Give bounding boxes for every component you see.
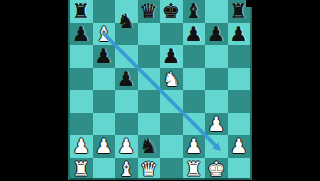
square-b6[interactable]: ♟ — [93, 45, 116, 68]
square-c5[interactable]: ♟ — [115, 68, 138, 91]
white-pawn[interactable]: ♟ — [185, 136, 203, 156]
black-queen[interactable]: ♛ — [140, 1, 158, 21]
white-pawn[interactable]: ♟ — [207, 114, 225, 134]
square-e2[interactable] — [160, 135, 183, 158]
square-c8[interactable]: ♞ — [115, 0, 138, 23]
square-b1[interactable] — [93, 158, 116, 181]
square-c3[interactable] — [115, 113, 138, 136]
white-bishop[interactable]: ♝ — [117, 159, 135, 179]
square-a2[interactable]: ♟ — [70, 135, 93, 158]
square-f4[interactable] — [183, 90, 206, 113]
square-h2[interactable]: ♟ — [228, 135, 251, 158]
square-d7[interactable] — [138, 23, 161, 46]
black-pawn[interactable]: ♟ — [185, 24, 203, 44]
black-pawn[interactable]: ♟ — [207, 24, 225, 44]
white-pawn[interactable]: ♟ — [72, 136, 90, 156]
square-g3[interactable]: ♟ — [205, 113, 228, 136]
square-e1[interactable] — [160, 158, 183, 181]
square-f1[interactable]: ♜ — [183, 158, 206, 181]
black-rook[interactable]: ♜ — [72, 1, 90, 21]
square-g6[interactable] — [205, 45, 228, 68]
square-g8[interactable] — [205, 0, 228, 23]
white-pawn[interactable]: ♟ — [95, 136, 113, 156]
white-queen[interactable]: ♛ — [140, 159, 158, 179]
square-a8[interactable]: ♜ — [70, 0, 93, 23]
square-h5[interactable] — [228, 68, 251, 91]
square-e5[interactable]: ♞ — [160, 68, 183, 91]
black-bishop[interactable]: ♝ — [185, 1, 203, 21]
black-pawn[interactable]: ♟ — [72, 24, 90, 44]
square-a7[interactable]: ♟ — [70, 23, 93, 46]
black-king[interactable]: ♚ — [162, 1, 180, 21]
square-f6[interactable] — [183, 45, 206, 68]
corner-notch — [246, 0, 254, 7]
square-d1[interactable]: ♛ — [138, 158, 161, 181]
square-g5[interactable] — [205, 68, 228, 91]
white-king[interactable]: ♚ — [207, 159, 225, 179]
square-g4[interactable] — [205, 90, 228, 113]
square-g1[interactable]: ♚ — [205, 158, 228, 181]
white-rook[interactable]: ♜ — [72, 159, 90, 179]
square-d2[interactable]: ♞ — [138, 135, 161, 158]
square-d5[interactable] — [138, 68, 161, 91]
square-b2[interactable]: ♟ — [93, 135, 116, 158]
square-h6[interactable] — [228, 45, 251, 68]
square-a4[interactable] — [70, 90, 93, 113]
square-f2[interactable]: ♟ — [183, 135, 206, 158]
black-pawn[interactable]: ♟ — [162, 46, 180, 66]
square-e3[interactable] — [160, 113, 183, 136]
square-c6[interactable] — [115, 45, 138, 68]
black-knight[interactable]: ♞ — [140, 136, 158, 156]
white-bishop[interactable]: ♝ — [95, 24, 113, 44]
square-f7[interactable]: ♟ — [183, 23, 206, 46]
square-b8[interactable] — [93, 0, 116, 23]
black-pawn[interactable]: ♟ — [95, 46, 113, 66]
square-a5[interactable] — [70, 68, 93, 91]
square-d6[interactable] — [138, 45, 161, 68]
white-rook[interactable]: ♜ — [185, 159, 203, 179]
square-b3[interactable] — [93, 113, 116, 136]
square-c2[interactable]: ♟ — [115, 135, 138, 158]
square-f5[interactable] — [183, 68, 206, 91]
square-h1[interactable] — [228, 158, 251, 181]
square-f3[interactable] — [183, 113, 206, 136]
chess-board[interactable]: ♜♞♛♚♝♜♟♝♟♟♟♟♟♟♞♟♟♟♟♞♟♟♜♝♛♜♚ — [70, 0, 250, 180]
square-c1[interactable]: ♝ — [115, 158, 138, 181]
chess-board-frame: ♜♞♛♚♝♜♟♝♟♟♟♟♟♟♞♟♟♟♟♞♟♟♜♝♛♜♚ — [68, 0, 252, 180]
square-c4[interactable] — [115, 90, 138, 113]
black-knight[interactable]: ♞ — [117, 11, 135, 31]
square-e4[interactable] — [160, 90, 183, 113]
square-a6[interactable] — [70, 45, 93, 68]
square-e8[interactable]: ♚ — [160, 0, 183, 23]
square-e7[interactable] — [160, 23, 183, 46]
square-a1[interactable]: ♜ — [70, 158, 93, 181]
square-f8[interactable]: ♝ — [183, 0, 206, 23]
square-d4[interactable] — [138, 90, 161, 113]
square-h4[interactable] — [228, 90, 251, 113]
square-d8[interactable]: ♛ — [138, 0, 161, 23]
square-h3[interactable] — [228, 113, 251, 136]
square-b4[interactable] — [93, 90, 116, 113]
square-b7[interactable]: ♝ — [93, 23, 116, 46]
square-g7[interactable]: ♟ — [205, 23, 228, 46]
square-b5[interactable] — [93, 68, 116, 91]
black-pawn[interactable]: ♟ — [230, 24, 248, 44]
square-a3[interactable] — [70, 113, 93, 136]
square-d3[interactable] — [138, 113, 161, 136]
square-h7[interactable]: ♟ — [228, 23, 251, 46]
white-knight[interactable]: ♞ — [162, 69, 180, 89]
square-e6[interactable]: ♟ — [160, 45, 183, 68]
square-g2[interactable] — [205, 135, 228, 158]
video-frame: ♜♞♛♚♝♜♟♝♟♟♟♟♟♟♞♟♟♟♟♞♟♟♜♝♛♜♚ — [0, 0, 320, 180]
white-pawn[interactable]: ♟ — [117, 136, 135, 156]
white-pawn[interactable]: ♟ — [230, 136, 248, 156]
black-pawn[interactable]: ♟ — [117, 69, 135, 89]
board-bottom-edge — [70, 178, 250, 180]
